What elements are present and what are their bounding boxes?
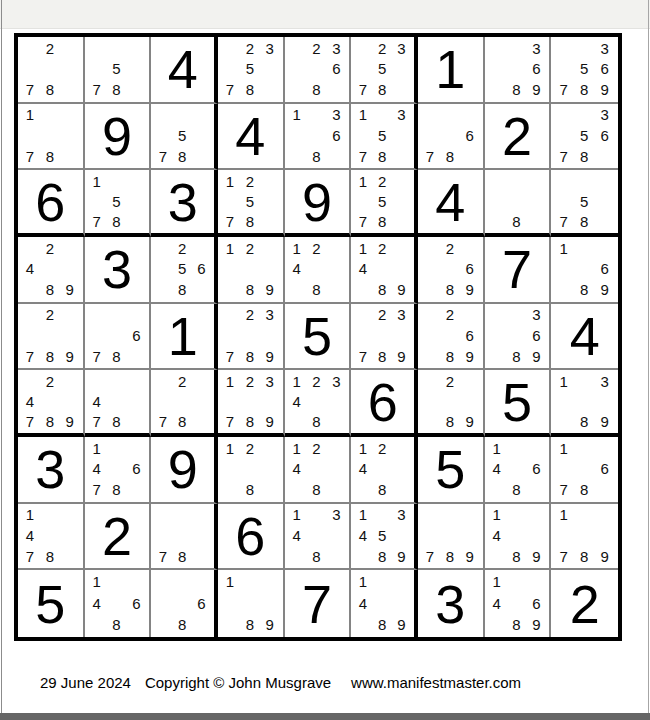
pencil-mark-4: 4	[87, 391, 107, 411]
cell-r9c3[interactable]: 68	[151, 570, 218, 637]
pencil-mark-3	[392, 171, 411, 191]
cell-r2c3[interactable]: 578	[151, 104, 218, 171]
pencil-mark-8: 8	[373, 79, 392, 100]
pencil-mark-6: 6	[594, 125, 615, 146]
pencil-mark-5	[574, 459, 595, 480]
cell-r1c7[interactable]: 1	[418, 37, 485, 104]
pencil-mark-9: 9	[526, 614, 546, 635]
solved-digit: 3	[18, 437, 83, 502]
pencil-mark-4	[553, 391, 574, 411]
solved-digit: 3	[151, 170, 214, 233]
cell-r6c6[interactable]: 6	[351, 370, 418, 437]
pencil-mark-7	[487, 614, 507, 635]
page: 2785784235782368235781368935678917895784…	[0, 0, 650, 720]
cell-r3c6[interactable]: 12578	[351, 170, 418, 237]
pencil-mark-8: 8	[173, 546, 192, 567]
cell-r8c3[interactable]: 78	[151, 504, 218, 571]
pencil-mark-1: 1	[353, 171, 372, 191]
cell-r3c2[interactable]: 1578	[85, 170, 152, 237]
pencil-marks: 2568	[153, 238, 211, 300]
pencil-mark-4: 4	[353, 593, 372, 614]
cell-r5c6[interactable]: 23789	[351, 304, 418, 371]
pencil-mark-1	[353, 38, 372, 59]
cell-r1c5[interactable]: 2368	[285, 37, 352, 104]
cell-r5c3[interactable]: 1	[151, 304, 218, 371]
pencil-marks: 1289	[220, 238, 280, 300]
pencil-mark-6: 6	[126, 593, 146, 614]
pencil-marks: 12578	[353, 171, 411, 231]
pencil-mark-1: 1	[487, 571, 507, 592]
cell-r5c5[interactable]: 5	[285, 304, 352, 371]
pencil-mark-1	[20, 38, 40, 59]
cell-r4c4[interactable]: 1289	[218, 237, 285, 304]
solved-digit: 3	[418, 570, 483, 637]
pencil-mark-2: 2	[373, 438, 392, 459]
cell-r9c1[interactable]: 5	[18, 570, 85, 637]
cell-r1c1[interactable]: 278	[18, 37, 85, 104]
pencil-mark-4: 4	[487, 593, 507, 614]
cell-r5c1[interactable]: 2789	[18, 304, 85, 371]
pencil-mark-2	[373, 571, 392, 592]
footer: 29 June 2024 Copyright © John Musgrave w…	[40, 672, 521, 692]
pencil-mark-5	[307, 459, 327, 480]
pencil-mark-1	[20, 305, 40, 326]
pencil-mark-5	[240, 593, 260, 614]
cell-r9c4[interactable]: 189	[218, 570, 285, 637]
pencil-mark-6	[392, 525, 411, 546]
pencil-mark-4	[353, 59, 372, 80]
pencil-mark-9	[260, 211, 280, 231]
cell-r9c9[interactable]: 2	[551, 570, 618, 637]
pencil-mark-2: 2	[373, 171, 392, 191]
cell-r4c9[interactable]: 1689	[551, 237, 618, 304]
pencil-mark-6	[594, 525, 615, 546]
pencil-mark-8: 8	[107, 479, 127, 500]
pencil-mark-5	[40, 259, 60, 280]
pencil-mark-5	[440, 125, 460, 146]
pencil-mark-1: 1	[287, 105, 307, 126]
cell-r2c6[interactable]: 13578	[351, 104, 418, 171]
pencil-mark-9	[192, 614, 211, 635]
pencil-mark-8: 8	[440, 546, 460, 567]
cell-r1c2[interactable]: 578	[85, 37, 152, 104]
pencil-mark-1	[87, 305, 107, 326]
pencil-mark-2	[574, 105, 595, 126]
pencil-mark-2	[107, 571, 127, 592]
pencil-marks: 2689	[420, 305, 480, 367]
pencil-mark-4	[553, 59, 574, 80]
pencil-mark-2	[574, 505, 595, 526]
pencil-marks: 1489	[487, 505, 547, 567]
pencil-marks: 24789	[20, 371, 80, 431]
pencil-mark-5	[40, 59, 60, 80]
pencil-marks: 134589	[353, 505, 411, 567]
pencil-mark-8: 8	[107, 79, 127, 100]
cell-r8c7[interactable]: 789	[418, 504, 485, 571]
pencil-mark-4	[153, 391, 172, 411]
pencil-mark-2	[173, 105, 192, 126]
pencil-mark-7: 7	[553, 479, 574, 500]
pencil-mark-6: 6	[126, 325, 146, 346]
pencil-mark-7: 7	[87, 411, 107, 431]
pencil-mark-8: 8	[173, 411, 192, 431]
cell-r9c8[interactable]: 14689	[485, 570, 552, 637]
pencil-mark-3	[192, 238, 211, 259]
cell-r3c7[interactable]: 4	[418, 170, 485, 237]
pencil-mark-6	[526, 525, 546, 546]
cell-r3c9[interactable]: 578	[551, 170, 618, 237]
pencil-mark-4: 4	[353, 259, 372, 280]
pencil-mark-7	[553, 411, 574, 431]
pencil-mark-1	[153, 371, 172, 391]
pencil-marks: 1468	[487, 438, 547, 500]
pencil-mark-8: 8	[373, 211, 392, 231]
cell-r8c8[interactable]: 1489	[485, 504, 552, 571]
pencil-marks: 68	[153, 571, 211, 635]
cell-r4c6[interactable]: 12489	[351, 237, 418, 304]
pencil-mark-1: 1	[353, 505, 372, 526]
pencil-mark-8: 8	[373, 279, 392, 300]
cell-r9c2[interactable]: 1468	[85, 570, 152, 637]
cell-r9c6[interactable]: 1489	[351, 570, 418, 637]
pencil-mark-9	[126, 211, 146, 231]
pencil-mark-9: 9	[460, 279, 480, 300]
pencil-mark-8: 8	[240, 614, 260, 635]
pencil-marks: 35678	[553, 105, 615, 167]
pencil-mark-6	[60, 325, 80, 346]
pencil-mark-2	[173, 571, 192, 592]
pencil-mark-6: 6	[460, 325, 480, 346]
pencil-mark-7	[487, 546, 507, 567]
pencil-mark-8: 8	[574, 546, 595, 567]
cell-r7c1[interactable]: 3	[18, 437, 85, 504]
cell-r5c2[interactable]: 678	[85, 304, 152, 371]
cell-r9c5[interactable]: 7	[285, 570, 352, 637]
pencil-mark-9	[192, 146, 211, 167]
pencil-mark-4: 4	[353, 525, 372, 546]
cell-r6c4[interactable]: 123789	[218, 370, 285, 437]
pencil-mark-1: 1	[287, 505, 307, 526]
pencil-mark-8: 8	[173, 279, 192, 300]
pencil-mark-6	[392, 191, 411, 211]
cell-r7c8[interactable]: 1468	[485, 437, 552, 504]
pencil-mark-4: 4	[87, 593, 107, 614]
cell-r2c4[interactable]: 4	[218, 104, 285, 171]
solved-digit: 7	[285, 570, 350, 637]
pencil-mark-1: 1	[220, 371, 240, 391]
pencil-mark-1	[20, 371, 40, 391]
pencil-mark-6	[326, 391, 346, 411]
pencil-marks: 1678	[553, 438, 615, 500]
solved-digit: 2	[485, 104, 550, 169]
cell-r6c1[interactable]: 24789	[18, 370, 85, 437]
cell-r6c7[interactable]: 289	[418, 370, 485, 437]
pencil-mark-2	[40, 505, 60, 526]
pencil-mark-3	[326, 238, 346, 259]
pencil-marks: 1248	[353, 438, 411, 500]
pencil-mark-1: 1	[20, 505, 40, 526]
pencil-mark-6	[260, 191, 280, 211]
pencil-mark-3	[260, 438, 280, 459]
pencil-mark-5	[373, 259, 392, 280]
cell-r7c2[interactable]: 14678	[85, 437, 152, 504]
pencil-mark-3	[126, 38, 146, 59]
pencil-mark-6	[126, 391, 146, 411]
pencil-mark-8: 8	[440, 346, 460, 367]
cell-r4c5[interactable]: 1248	[285, 237, 352, 304]
cell-r2c5[interactable]: 1368	[285, 104, 352, 171]
pencil-mark-5	[307, 259, 327, 280]
pencil-mark-9	[126, 614, 146, 635]
pencil-mark-9	[526, 479, 546, 500]
cell-r6c5[interactable]: 12348	[285, 370, 352, 437]
solved-digit: 2	[551, 570, 618, 637]
pencil-marks: 2489	[20, 238, 80, 300]
cell-r1c6[interactable]: 23578	[351, 37, 418, 104]
pencil-mark-1: 1	[553, 438, 574, 459]
pencil-mark-8: 8	[507, 479, 527, 500]
pencil-mark-9	[126, 479, 146, 500]
pencil-mark-3	[392, 238, 411, 259]
pencil-mark-6: 6	[526, 459, 546, 480]
pencil-mark-1	[487, 305, 507, 326]
cell-r4c1[interactable]: 2489	[18, 237, 85, 304]
pencil-mark-5	[173, 593, 192, 614]
pencil-mark-4	[287, 59, 307, 80]
pencil-mark-9	[392, 479, 411, 500]
cell-r3c1[interactable]: 6	[18, 170, 85, 237]
pencil-mark-8: 8	[40, 146, 60, 167]
pencil-mark-1: 1	[287, 238, 307, 259]
pencil-marks: 1478	[20, 505, 80, 567]
window-titlebar	[0, 0, 650, 29]
pencil-mark-7	[420, 346, 440, 367]
pencil-mark-4	[420, 259, 440, 280]
pencil-marks: 14689	[487, 571, 547, 635]
pencil-mark-3	[526, 171, 546, 191]
pencil-mark-2: 2	[240, 438, 260, 459]
pencil-mark-4	[153, 125, 172, 146]
pencil-mark-5: 5	[373, 525, 392, 546]
cell-r5c7[interactable]: 2689	[418, 304, 485, 371]
pencil-mark-2	[574, 238, 595, 259]
pencil-marks: 2789	[20, 305, 80, 367]
cell-r4c7[interactable]: 2689	[418, 237, 485, 304]
pencil-mark-8: 8	[173, 146, 192, 167]
pencil-mark-9	[260, 79, 280, 100]
cell-r6c8[interactable]: 5	[485, 370, 552, 437]
pencil-mark-3	[126, 438, 146, 459]
cell-r2c2[interactable]: 9	[85, 104, 152, 171]
solved-digit: 5	[285, 304, 350, 369]
pencil-mark-5: 5	[240, 59, 260, 80]
solved-digit: 4	[218, 104, 283, 169]
pencil-mark-1	[87, 38, 107, 59]
cell-r8c5[interactable]: 1348	[285, 504, 352, 571]
pencil-mark-8: 8	[507, 614, 527, 635]
cell-r8c9[interactable]: 1789	[551, 504, 618, 571]
pencil-mark-8: 8	[240, 346, 260, 367]
cell-r3c3[interactable]: 3	[151, 170, 218, 237]
cell-r1c4[interactable]: 23578	[218, 37, 285, 104]
pencil-mark-9: 9	[526, 546, 546, 567]
pencil-mark-3	[126, 305, 146, 326]
pencil-mark-9	[326, 546, 346, 567]
cell-r2c9[interactable]: 35678	[551, 104, 618, 171]
window-edge-left	[1, 0, 2, 720]
pencil-mark-1	[220, 305, 240, 326]
pencil-mark-3	[460, 305, 480, 326]
cell-r6c2[interactable]: 478	[85, 370, 152, 437]
pencil-mark-1: 1	[353, 238, 372, 259]
pencil-mark-7	[287, 279, 307, 300]
pencil-mark-2: 2	[240, 171, 260, 191]
pencil-marks: 278	[153, 371, 211, 431]
pencil-mark-1	[287, 38, 307, 59]
pencil-mark-7: 7	[20, 79, 40, 100]
pencil-mark-7: 7	[220, 411, 240, 431]
pencil-mark-5: 5	[373, 125, 392, 146]
pencil-mark-3: 3	[260, 38, 280, 59]
pencil-mark-4	[420, 325, 440, 346]
pencil-mark-7: 7	[353, 211, 372, 231]
pencil-marks: 1248	[287, 238, 347, 300]
pencil-marks: 1489	[353, 571, 411, 635]
window-edge-right	[648, 0, 649, 720]
pencil-mark-7: 7	[87, 211, 107, 231]
pencil-mark-6	[392, 259, 411, 280]
pencil-mark-4	[553, 125, 574, 146]
pencil-mark-9: 9	[594, 79, 615, 100]
pencil-mark-5	[173, 391, 192, 411]
cell-r8c4[interactable]: 6	[218, 504, 285, 571]
pencil-mark-9	[594, 479, 615, 500]
pencil-mark-7: 7	[20, 411, 40, 431]
pencil-mark-6	[392, 59, 411, 80]
pencil-mark-3: 3	[526, 38, 546, 59]
cell-r8c1[interactable]: 1478	[18, 504, 85, 571]
pencil-mark-5: 5	[107, 191, 127, 211]
cell-r4c8[interactable]: 7	[485, 237, 552, 304]
cell-r3c4[interactable]: 12578	[218, 170, 285, 237]
pencil-mark-1	[153, 571, 172, 592]
pencil-mark-2	[107, 38, 127, 59]
pencil-mark-2	[173, 505, 192, 526]
pencil-mark-1	[353, 305, 372, 326]
pencil-mark-9: 9	[260, 279, 280, 300]
cell-r3c8[interactable]: 8	[485, 170, 552, 237]
pencil-mark-1: 1	[220, 238, 240, 259]
pencil-mark-9	[326, 411, 346, 431]
pencil-mark-7	[287, 79, 307, 100]
pencil-mark-8: 8	[507, 79, 527, 100]
pencil-mark-6: 6	[594, 259, 615, 280]
pencil-mark-1	[420, 371, 440, 391]
pencil-marks: 1348	[287, 505, 347, 567]
cell-r1c8[interactable]: 3689	[485, 37, 552, 104]
pencil-mark-7	[287, 146, 307, 167]
pencil-marks: 2689	[420, 238, 480, 300]
cell-r7c6[interactable]: 1248	[351, 437, 418, 504]
pencil-mark-7	[487, 479, 507, 500]
cell-r7c9[interactable]: 1678	[551, 437, 618, 504]
cell-r6c3[interactable]: 278	[151, 370, 218, 437]
pencil-mark-7	[220, 614, 240, 635]
pencil-mark-8: 8	[574, 79, 595, 100]
cell-r2c1[interactable]: 178	[18, 104, 85, 171]
pencil-mark-4: 4	[20, 391, 40, 411]
pencil-mark-8: 8	[574, 479, 595, 500]
cell-r7c7[interactable]: 5	[418, 437, 485, 504]
pencil-mark-7: 7	[20, 346, 40, 367]
pencil-mark-8: 8	[507, 546, 527, 567]
pencil-mark-1	[220, 38, 240, 59]
footer-site-link[interactable]: www.manifestmaster.com	[351, 674, 521, 691]
cell-r8c6[interactable]: 134589	[351, 504, 418, 571]
pencil-mark-6	[526, 191, 546, 211]
cell-r8c2[interactable]: 2	[85, 504, 152, 571]
cell-r2c8[interactable]: 2	[485, 104, 552, 171]
cell-r1c3[interactable]: 4	[151, 37, 218, 104]
cell-r5c9[interactable]: 4	[551, 304, 618, 371]
pencil-mark-9	[392, 146, 411, 167]
pencil-mark-8: 8	[373, 479, 392, 500]
pencil-mark-8: 8	[307, 411, 327, 431]
pencil-mark-9	[260, 479, 280, 500]
cell-r3c5[interactable]: 9	[285, 170, 352, 237]
cell-r1c9[interactable]: 356789	[551, 37, 618, 104]
pencil-mark-4	[420, 125, 440, 146]
pencil-mark-5: 5	[173, 125, 192, 146]
pencil-mark-9	[126, 411, 146, 431]
pencil-mark-5	[507, 191, 527, 211]
cell-r6c9[interactable]: 1389	[551, 370, 618, 437]
cell-r7c3[interactable]: 9	[151, 437, 218, 504]
pencil-mark-8: 8	[240, 79, 260, 100]
pencil-mark-5	[40, 391, 60, 411]
pencil-mark-4	[220, 459, 240, 480]
pencil-mark-8: 8	[574, 279, 595, 300]
cell-r7c5[interactable]: 1248	[285, 437, 352, 504]
pencil-mark-4	[487, 191, 507, 211]
pencil-mark-7: 7	[87, 479, 107, 500]
solved-digit: 4	[418, 170, 483, 233]
pencil-mark-2	[373, 105, 392, 126]
pencil-mark-2	[440, 105, 460, 126]
cell-r9c7[interactable]: 3	[418, 570, 485, 637]
pencil-marks: 12348	[287, 371, 347, 431]
cell-r5c4[interactable]: 23789	[218, 304, 285, 371]
pencil-mark-7: 7	[87, 346, 107, 367]
pencil-mark-3	[260, 571, 280, 592]
pencil-marks: 1689	[553, 238, 615, 300]
cell-r5c8[interactable]: 3689	[485, 304, 552, 371]
cell-r7c4[interactable]: 128	[218, 437, 285, 504]
cell-r4c3[interactable]: 2568	[151, 237, 218, 304]
cell-r2c7[interactable]: 678	[418, 104, 485, 171]
pencil-mark-2: 2	[307, 371, 327, 391]
pencil-mark-2	[373, 505, 392, 526]
pencil-mark-5	[307, 391, 327, 411]
pencil-mark-3	[594, 438, 615, 459]
pencil-mark-2: 2	[307, 238, 327, 259]
cell-r4c2[interactable]: 3	[85, 237, 152, 304]
pencil-marks: 78	[153, 505, 211, 567]
pencil-mark-7	[153, 614, 172, 635]
pencil-mark-2	[307, 505, 327, 526]
pencil-mark-6	[260, 593, 280, 614]
pencil-marks: 189	[220, 571, 280, 635]
